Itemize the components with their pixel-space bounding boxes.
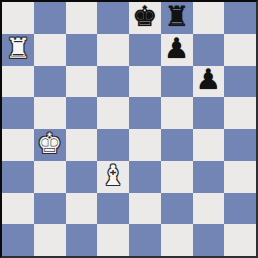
- square-c7[interactable]: [66, 34, 98, 66]
- chess-board: ♚♜♜♟♟♚♝: [0, 0, 258, 258]
- square-e5[interactable]: [129, 97, 161, 129]
- square-a8[interactable]: [2, 2, 34, 34]
- square-a6[interactable]: [2, 66, 34, 98]
- square-a2[interactable]: [2, 193, 34, 225]
- square-b8[interactable]: [34, 2, 66, 34]
- square-b3[interactable]: [34, 161, 66, 193]
- square-b2[interactable]: [34, 193, 66, 225]
- square-d3[interactable]: ♝: [97, 161, 129, 193]
- piece-black-pawn[interactable]: ♟: [196, 66, 221, 94]
- square-a5[interactable]: [2, 97, 34, 129]
- square-e7[interactable]: [129, 34, 161, 66]
- piece-white-king[interactable]: ♚: [37, 130, 62, 158]
- square-d8[interactable]: [97, 2, 129, 34]
- square-e6[interactable]: [129, 66, 161, 98]
- square-f6[interactable]: [161, 66, 193, 98]
- square-h6[interactable]: [224, 66, 256, 98]
- piece-black-king[interactable]: ♚: [132, 3, 157, 31]
- square-b5[interactable]: [34, 97, 66, 129]
- square-f3[interactable]: [161, 161, 193, 193]
- square-a4[interactable]: [2, 129, 34, 161]
- square-g8[interactable]: [193, 2, 225, 34]
- square-g7[interactable]: [193, 34, 225, 66]
- square-b7[interactable]: [34, 34, 66, 66]
- square-b4[interactable]: ♚: [34, 129, 66, 161]
- square-a3[interactable]: [2, 161, 34, 193]
- square-e3[interactable]: [129, 161, 161, 193]
- square-d7[interactable]: [97, 34, 129, 66]
- square-g3[interactable]: [193, 161, 225, 193]
- square-f1[interactable]: [161, 224, 193, 256]
- chess-board-window: ♚♜♜♟♟♚♝: [0, 0, 258, 258]
- piece-white-rook[interactable]: ♜: [5, 35, 30, 63]
- piece-black-rook[interactable]: ♜: [164, 3, 189, 31]
- square-d2[interactable]: [97, 193, 129, 225]
- square-d1[interactable]: [97, 224, 129, 256]
- square-f7[interactable]: ♟: [161, 34, 193, 66]
- square-e2[interactable]: [129, 193, 161, 225]
- square-c3[interactable]: [66, 161, 98, 193]
- square-e4[interactable]: [129, 129, 161, 161]
- square-e1[interactable]: [129, 224, 161, 256]
- square-g4[interactable]: [193, 129, 225, 161]
- square-c1[interactable]: [66, 224, 98, 256]
- square-g5[interactable]: [193, 97, 225, 129]
- piece-white-bishop[interactable]: ♝: [101, 162, 126, 190]
- square-f8[interactable]: ♜: [161, 2, 193, 34]
- square-c5[interactable]: [66, 97, 98, 129]
- square-g6[interactable]: ♟: [193, 66, 225, 98]
- square-e8[interactable]: ♚: [129, 2, 161, 34]
- square-c2[interactable]: [66, 193, 98, 225]
- piece-black-pawn[interactable]: ♟: [164, 35, 189, 63]
- square-d6[interactable]: [97, 66, 129, 98]
- square-b1[interactable]: [34, 224, 66, 256]
- square-a7[interactable]: ♜: [2, 34, 34, 66]
- square-f2[interactable]: [161, 193, 193, 225]
- square-h3[interactable]: [224, 161, 256, 193]
- square-h2[interactable]: [224, 193, 256, 225]
- square-a1[interactable]: [2, 224, 34, 256]
- square-b6[interactable]: [34, 66, 66, 98]
- square-c8[interactable]: [66, 2, 98, 34]
- square-c6[interactable]: [66, 66, 98, 98]
- square-h4[interactable]: [224, 129, 256, 161]
- square-h1[interactable]: [224, 224, 256, 256]
- square-h5[interactable]: [224, 97, 256, 129]
- square-h8[interactable]: [224, 2, 256, 34]
- square-g2[interactable]: [193, 193, 225, 225]
- square-g1[interactable]: [193, 224, 225, 256]
- square-f5[interactable]: [161, 97, 193, 129]
- square-d4[interactable]: [97, 129, 129, 161]
- square-d5[interactable]: [97, 97, 129, 129]
- square-h7[interactable]: [224, 34, 256, 66]
- square-c4[interactable]: [66, 129, 98, 161]
- square-f4[interactable]: [161, 129, 193, 161]
